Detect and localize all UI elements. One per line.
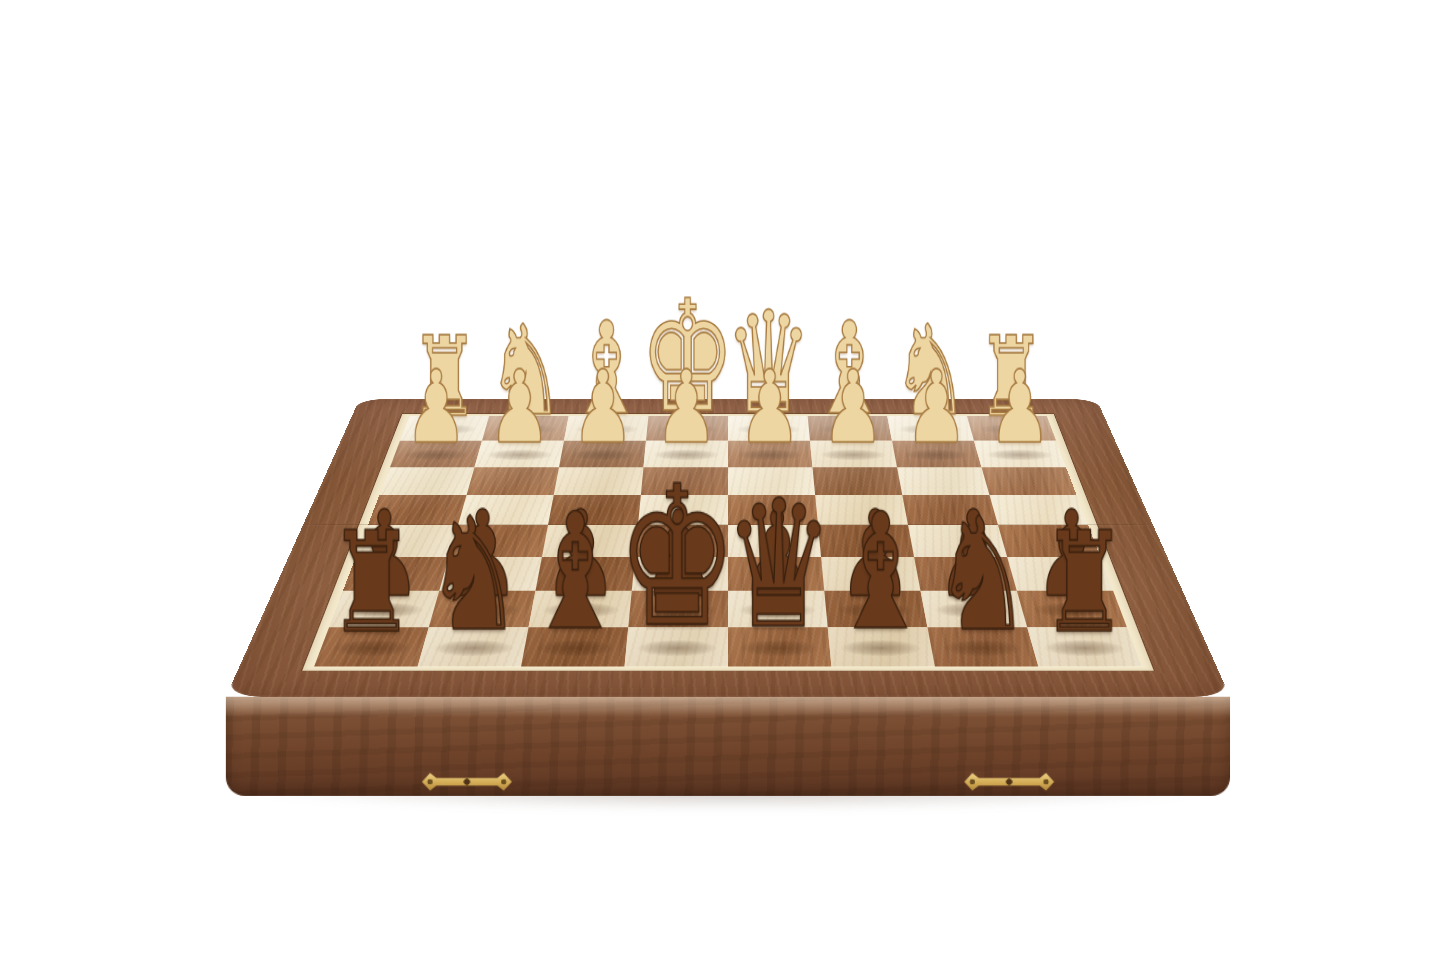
square-b2[interactable]: ♟ (892, 441, 982, 467)
brass-hinge-left (422, 771, 512, 792)
board-wooden-frame: ♜♞♝♚♛♝♞♜♟♟♟♟♟♟♟♟♟♟♟♟♟♟♟♟♜♞♝♚♛♝♞♜ (226, 399, 1230, 697)
square-c8[interactable]: ♝ (828, 627, 935, 666)
white-pawn-d2[interactable]: ♟ (738, 360, 801, 456)
black-knight-b8[interactable]: ♞ (934, 501, 1031, 649)
white-pawn-c2[interactable]: ♟ (822, 360, 885, 456)
white-pawn-f2[interactable]: ♟ (572, 360, 635, 456)
black-knight-g8[interactable]: ♞ (425, 501, 522, 649)
black-bishop-f8[interactable]: ♝ (525, 497, 625, 649)
black-rook-h8[interactable]: ♜ (329, 517, 415, 649)
board-grid[interactable]: ♜♞♝♚♛♝♞♜♟♟♟♟♟♟♟♟♟♟♟♟♟♟♟♟♜♞♝♚♛♝♞♜ (314, 416, 1142, 666)
square-d8[interactable]: ♛ (728, 627, 831, 666)
white-pawn-e2[interactable]: ♟ (655, 360, 718, 456)
square-a2[interactable]: ♟ (974, 441, 1066, 467)
square-g8[interactable]: ♞ (418, 627, 529, 666)
black-queen-d8[interactable]: ♛ (724, 482, 834, 649)
square-h8[interactable]: ♜ (314, 627, 429, 666)
white-pawn-h2[interactable]: ♟ (405, 360, 468, 456)
square-a8[interactable]: ♜ (1027, 627, 1142, 666)
board-front-edge (226, 697, 1230, 796)
board-inlay-border: ♜♞♝♚♛♝♞♜♟♟♟♟♟♟♟♟♟♟♟♟♟♟♟♟♜♞♝♚♛♝♞♜ (302, 414, 1154, 671)
white-pawn-a2[interactable]: ♟ (989, 360, 1052, 456)
square-e8[interactable]: ♚ (625, 627, 728, 666)
square-h2[interactable]: ♟ (390, 441, 482, 467)
square-b8[interactable]: ♞ (927, 627, 1038, 666)
white-pawn-b2[interactable]: ♟ (905, 360, 968, 456)
photo-canvas: ♜♞♝♚♛♝♞♜♟♟♟♟♟♟♟♟♟♟♟♟♟♟♟♟♜♞♝♚♛♝♞♜ (0, 0, 1445, 965)
square-f8[interactable]: ♝ (521, 627, 628, 666)
black-rook-a8[interactable]: ♜ (1041, 517, 1127, 649)
folding-chess-board: ♜♞♝♚♛♝♞♜♟♟♟♟♟♟♟♟♟♟♟♟♟♟♟♟♜♞♝♚♛♝♞♜ (226, 399, 1230, 697)
brass-hinge-right (964, 771, 1054, 792)
black-bishop-c8[interactable]: ♝ (831, 497, 931, 649)
square-g2[interactable]: ♟ (474, 441, 564, 467)
black-king-e8[interactable]: ♚ (617, 465, 738, 649)
chess-scene: ♜♞♝♚♛♝♞♜♟♟♟♟♟♟♟♟♟♟♟♟♟♟♟♟♜♞♝♚♛♝♞♜ (303, 100, 1153, 950)
white-pawn-g2[interactable]: ♟ (488, 360, 551, 456)
